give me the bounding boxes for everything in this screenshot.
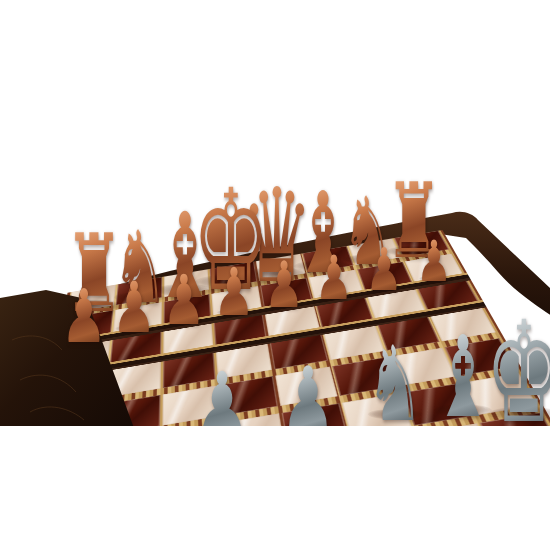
copper-pawn[interactable]: ♟ <box>61 279 107 353</box>
copper-pawn[interactable]: ♟ <box>365 240 402 299</box>
silver-king[interactable]: ♚ <box>485 303 550 443</box>
copper-pawn[interactable]: ♟ <box>416 233 452 290</box>
copper-pawn[interactable]: ♟ <box>162 266 205 335</box>
copper-pawn[interactable]: ♟ <box>315 247 353 308</box>
copper-pawn[interactable]: ♟ <box>213 260 254 326</box>
photo-crop-mask <box>0 426 550 550</box>
silver-knight[interactable]: ♞ <box>366 332 424 436</box>
product-photo-stage: ♜♞♝♛♟♚♟♝♟♞♟♜♟♟♟♟♝♞♚♟♟ <box>0 0 550 550</box>
copper-pawn[interactable]: ♟ <box>264 253 304 317</box>
copper-pawn[interactable]: ♟ <box>112 272 157 343</box>
